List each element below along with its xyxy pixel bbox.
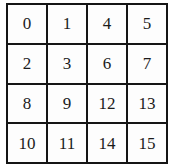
grid-cell-r3c2: 9 [48,85,86,123]
number-grid-board: 0145236789121310111415 [6,3,168,164]
grid-cell-r4c4: 15 [128,124,166,162]
grid-cell-r4c2: 11 [48,124,86,162]
grid-cell-r1c1: 0 [8,5,46,43]
grid-cell-r1c2: 1 [48,5,86,43]
grid-cell-r2c3: 6 [88,45,126,83]
grid-cell-r3c4: 13 [128,85,166,123]
page: 0145236789121310111415 [0,0,175,168]
grid-cell-r2c1: 2 [8,45,46,83]
grid-cell-r2c4: 7 [128,45,166,83]
grid-cell-r1c4: 5 [128,5,166,43]
grid-cell-r1c3: 4 [88,5,126,43]
grid-cell-r2c2: 3 [48,45,86,83]
grid-cell-r3c3: 12 [88,85,126,123]
grid-cell-r4c3: 14 [88,124,126,162]
grid-cell-r3c1: 8 [8,85,46,123]
grid-cell-r4c1: 10 [8,124,46,162]
